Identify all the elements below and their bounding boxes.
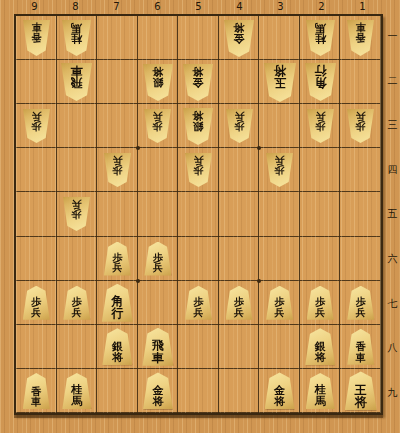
piece-kanji: 角 (314, 77, 326, 89)
square-6-8[interactable]: 飛車 (138, 325, 179, 369)
square-7-5[interactable] (97, 192, 138, 236)
square-9-7[interactable]: 歩兵 (16, 281, 57, 325)
square-7-7[interactable]: 角行 (97, 281, 138, 325)
file-label-7: 7 (96, 0, 137, 13)
square-7-9[interactable] (97, 369, 138, 413)
piece-gote-bishop[interactable]: 角行 (305, 63, 336, 101)
square-1-1[interactable]: 香車 (340, 16, 381, 60)
piece-kanji: 車 (31, 397, 41, 407)
rank-label-3: 三 (385, 103, 400, 148)
piece-kanji: 車 (31, 22, 41, 32)
piece-sente-knight[interactable]: 桂馬 (306, 373, 335, 409)
square-9-6[interactable] (16, 237, 57, 281)
piece-kanji: 桂 (71, 33, 82, 44)
square-8-4[interactable] (57, 148, 98, 192)
piece-sente-pawn[interactable]: 歩兵 (185, 286, 212, 320)
piece-sente-pawn[interactable]: 歩兵 (104, 242, 131, 276)
piece-gote-pawn[interactable]: 歩兵 (347, 109, 374, 143)
piece-kanji: 兵 (315, 308, 325, 318)
hoshi-dot (136, 279, 140, 283)
piece-kanji: 将 (315, 352, 326, 363)
square-1-8[interactable]: 香車 (340, 325, 381, 369)
piece-gote-knight[interactable]: 桂馬 (306, 20, 335, 56)
square-4-3[interactable]: 歩兵 (219, 104, 260, 148)
square-6-5[interactable] (138, 192, 179, 236)
piece-sente-pawn[interactable]: 歩兵 (144, 242, 171, 276)
square-2-1[interactable]: 桂馬 (300, 16, 341, 60)
square-5-6[interactable] (178, 237, 219, 281)
piece-kanji: 車 (356, 22, 366, 32)
piece-gote-silver[interactable]: 銀将 (183, 108, 213, 145)
piece-gote-gold[interactable]: 金将 (183, 64, 213, 101)
piece-kanji: 歩 (72, 210, 82, 220)
file-labels: 987654321 (14, 0, 383, 13)
piece-kanji: 歩 (193, 166, 203, 176)
piece-kanji: 兵 (193, 308, 203, 318)
piece-sente-silver[interactable]: 銀将 (102, 328, 132, 365)
square-8-2[interactable]: 飛車 (57, 60, 98, 104)
piece-kanji: 将 (152, 66, 163, 77)
square-1-7[interactable]: 歩兵 (340, 281, 381, 325)
square-2-7[interactable]: 歩兵 (300, 281, 341, 325)
square-9-8[interactable] (16, 325, 57, 369)
square-9-2[interactable] (16, 60, 57, 104)
piece-kanji: 歩 (315, 297, 325, 307)
square-2-3[interactable]: 歩兵 (300, 104, 341, 148)
square-2-9[interactable]: 桂馬 (300, 369, 341, 413)
file-label-8: 8 (55, 0, 96, 13)
square-4-2[interactable] (219, 60, 260, 104)
piece-sente-pawn[interactable]: 歩兵 (347, 286, 374, 320)
rank-label-8: 八 (385, 326, 400, 371)
piece-gote-pawn[interactable]: 歩兵 (226, 109, 253, 143)
rank-label-4: 四 (385, 148, 400, 193)
file-label-2: 2 (301, 0, 342, 13)
square-4-8[interactable] (219, 325, 260, 369)
piece-kanji: 銀 (193, 121, 204, 132)
piece-gote-lance[interactable]: 香車 (23, 20, 50, 56)
file-label-5: 5 (178, 0, 219, 13)
square-4-9[interactable] (219, 369, 260, 413)
piece-gote-pawn[interactable]: 歩兵 (266, 153, 293, 187)
square-6-1[interactable] (138, 16, 179, 60)
piece-kanji: 将 (152, 396, 163, 407)
piece-kanji: 車 (356, 353, 366, 363)
file-label-9: 9 (14, 0, 55, 13)
square-7-1[interactable] (97, 16, 138, 60)
square-5-5[interactable] (178, 192, 219, 236)
square-3-5[interactable] (259, 192, 300, 236)
piece-kanji: 兵 (315, 111, 325, 121)
rank-label-5: 五 (385, 192, 400, 237)
piece-kanji: 馬 (71, 22, 82, 33)
piece-kanji: 兵 (153, 263, 163, 273)
piece-kanji: 兵 (153, 111, 163, 121)
square-3-9[interactable]: 金将 (259, 369, 300, 413)
square-3-8[interactable] (259, 325, 300, 369)
file-label-6: 6 (137, 0, 178, 13)
square-6-6[interactable]: 歩兵 (138, 237, 179, 281)
piece-kanji: 歩 (275, 297, 285, 307)
rank-labels: 一二三四五六七八九 (385, 14, 400, 415)
square-5-7[interactable]: 歩兵 (178, 281, 219, 325)
file-label-3: 3 (260, 0, 301, 13)
piece-kanji: 歩 (31, 297, 41, 307)
piece-sente-gold[interactable]: 金将 (143, 372, 173, 409)
piece-kanji: 将 (193, 66, 204, 77)
square-9-1[interactable]: 香車 (16, 16, 57, 60)
piece-kanji: 兵 (356, 111, 366, 121)
piece-kanji: 兵 (72, 308, 82, 318)
hoshi-dot (257, 279, 261, 283)
piece-kanji: 飛 (71, 77, 83, 89)
piece-sente-pawn[interactable]: 歩兵 (63, 286, 90, 320)
piece-kanji: 兵 (275, 308, 285, 318)
square-9-5[interactable] (16, 192, 57, 236)
piece-sente-pawn[interactable]: 歩兵 (266, 286, 293, 320)
square-8-1[interactable]: 桂馬 (57, 16, 98, 60)
square-2-5[interactable] (300, 192, 341, 236)
piece-gote-knight[interactable]: 桂馬 (62, 20, 91, 56)
square-8-9[interactable]: 桂馬 (57, 369, 98, 413)
square-1-2[interactable] (340, 60, 381, 104)
square-4-6[interactable] (219, 237, 260, 281)
piece-kanji: 馬 (315, 396, 326, 407)
piece-kanji: 車 (152, 352, 164, 364)
hoshi-dot (136, 146, 140, 150)
piece-kanji: 歩 (275, 166, 285, 176)
square-6-4[interactable] (138, 148, 179, 192)
square-5-1[interactable] (178, 16, 219, 60)
piece-kanji: 将 (274, 396, 285, 407)
square-6-2[interactable]: 銀将 (138, 60, 179, 104)
square-8-7[interactable]: 歩兵 (57, 281, 98, 325)
piece-kanji: 香 (31, 32, 41, 42)
square-1-5[interactable] (340, 192, 381, 236)
piece-sente-gold[interactable]: 金将 (265, 372, 295, 409)
square-1-9[interactable]: 王将 (340, 369, 381, 413)
piece-kanji: 馬 (71, 396, 82, 407)
piece-kanji: 歩 (31, 121, 41, 131)
square-7-6[interactable]: 歩兵 (97, 237, 138, 281)
piece-kanji: 馬 (315, 22, 326, 33)
piece-kanji: 将 (274, 65, 286, 77)
piece-kanji: 行 (111, 307, 123, 319)
piece-sente-knight[interactable]: 桂馬 (62, 373, 91, 409)
piece-kanji: 将 (355, 396, 367, 408)
piece-kanji: 兵 (234, 111, 244, 121)
square-2-4[interactable] (300, 148, 341, 192)
file-label-1: 1 (342, 0, 383, 13)
piece-kanji: 歩 (315, 121, 325, 131)
piece-sente-lance[interactable]: 香車 (23, 373, 50, 409)
piece-gote-rook[interactable]: 飛車 (61, 63, 92, 101)
square-4-1[interactable]: 金将 (219, 16, 260, 60)
piece-kanji: 兵 (193, 155, 203, 165)
piece-kanji: 銀 (152, 77, 163, 88)
piece-kanji: 兵 (72, 199, 82, 209)
piece-gote-gold[interactable]: 金将 (224, 20, 254, 57)
rank-label-6: 六 (385, 237, 400, 282)
square-2-6[interactable] (300, 237, 341, 281)
piece-kanji: 香 (356, 32, 366, 42)
square-8-5[interactable]: 歩兵 (57, 192, 98, 236)
piece-kanji: 将 (193, 110, 204, 121)
piece-gote-pawn[interactable]: 歩兵 (144, 109, 171, 143)
piece-sente-king[interactable]: 王将 (345, 371, 377, 410)
piece-gote-silver[interactable]: 銀将 (143, 64, 173, 101)
piece-gote-pawn[interactable]: 歩兵 (63, 197, 90, 231)
piece-kanji: 兵 (275, 155, 285, 165)
piece-sente-pawn[interactable]: 歩兵 (226, 286, 253, 320)
piece-kanji: 行 (314, 65, 326, 77)
square-2-8[interactable]: 銀将 (300, 325, 341, 369)
square-3-3[interactable] (259, 104, 300, 148)
piece-kanji: 歩 (234, 297, 244, 307)
rank-label-7: 七 (385, 281, 400, 326)
piece-kanji: 金 (234, 33, 245, 44)
square-5-9[interactable] (178, 369, 219, 413)
rank-label-1: 一 (385, 14, 400, 59)
piece-kanji: 歩 (72, 297, 82, 307)
square-4-5[interactable] (219, 192, 260, 236)
square-8-6[interactable] (57, 237, 98, 281)
square-8-3[interactable] (57, 104, 98, 148)
square-8-8[interactable] (57, 325, 98, 369)
piece-gote-pawn[interactable]: 歩兵 (23, 109, 50, 143)
square-9-3[interactable]: 歩兵 (16, 104, 57, 148)
square-1-3[interactable]: 歩兵 (340, 104, 381, 148)
square-5-8[interactable] (178, 325, 219, 369)
piece-kanji: 兵 (31, 111, 41, 121)
square-6-7[interactable] (138, 281, 179, 325)
piece-sente-silver[interactable]: 銀将 (305, 328, 335, 365)
square-7-4[interactable]: 歩兵 (97, 148, 138, 192)
square-4-4[interactable] (219, 148, 260, 192)
piece-kanji: 車 (71, 65, 83, 77)
piece-gote-pawn[interactable]: 歩兵 (104, 153, 131, 187)
piece-sente-pawn[interactable]: 歩兵 (23, 286, 50, 320)
square-7-3[interactable] (97, 104, 138, 148)
square-1-6[interactable] (340, 237, 381, 281)
piece-kanji: 兵 (112, 155, 122, 165)
piece-sente-pawn[interactable]: 歩兵 (307, 286, 334, 320)
piece-kanji: 歩 (153, 121, 163, 131)
piece-kanji: 飛 (152, 339, 164, 351)
square-3-4[interactable]: 歩兵 (259, 148, 300, 192)
square-9-4[interactable] (16, 148, 57, 192)
piece-kanji: 歩 (356, 297, 366, 307)
piece-gote-pawn[interactable]: 歩兵 (307, 109, 334, 143)
square-7-8[interactable]: 銀将 (97, 325, 138, 369)
square-7-2[interactable] (97, 60, 138, 104)
piece-kanji: 玉 (274, 77, 286, 89)
shogi-board-screenshot: 987654321 一二三四五六七八九 香車桂馬金将桂馬香車飛車銀将金将玉将角行… (0, 0, 400, 433)
piece-sente-lance[interactable]: 香車 (347, 329, 374, 365)
piece-kanji: 桂 (315, 33, 326, 44)
square-5-4[interactable]: 歩兵 (178, 148, 219, 192)
hoshi-dot (257, 146, 261, 150)
file-label-4: 4 (219, 0, 260, 13)
piece-kanji: 兵 (234, 308, 244, 318)
rank-label-2: 二 (385, 59, 400, 104)
piece-sente-rook[interactable]: 飛車 (142, 328, 173, 366)
piece-kanji: 兵 (31, 308, 41, 318)
piece-kanji: 歩 (234, 121, 244, 131)
square-2-2[interactable]: 角行 (300, 60, 341, 104)
square-6-9[interactable]: 金将 (138, 369, 179, 413)
piece-kanji: 将 (234, 22, 245, 33)
piece-gote-king[interactable]: 玉将 (264, 63, 296, 102)
piece-kanji: 兵 (112, 263, 122, 273)
square-9-9[interactable]: 香車 (16, 369, 57, 413)
square-3-1[interactable] (259, 16, 300, 60)
piece-kanji: 歩 (356, 121, 366, 131)
piece-gote-pawn[interactable]: 歩兵 (185, 153, 212, 187)
square-5-3[interactable]: 銀将 (178, 104, 219, 148)
square-6-3[interactable]: 歩兵 (138, 104, 179, 148)
piece-kanji: 兵 (356, 308, 366, 318)
piece-kanji: 将 (112, 352, 123, 363)
square-3-2[interactable]: 玉将 (259, 60, 300, 104)
square-4-7[interactable]: 歩兵 (219, 281, 260, 325)
square-1-4[interactable] (340, 148, 381, 192)
piece-kanji: 歩 (112, 166, 122, 176)
shogi-board: 香車桂馬金将桂馬香車飛車銀将金将玉将角行歩兵歩兵銀将歩兵歩兵歩兵歩兵歩兵歩兵歩兵… (14, 14, 383, 415)
square-3-6[interactable] (259, 237, 300, 281)
piece-sente-bishop[interactable]: 角行 (102, 284, 133, 322)
piece-gote-lance[interactable]: 香車 (347, 20, 374, 56)
rank-label-9: 九 (385, 370, 400, 415)
square-3-7[interactable]: 歩兵 (259, 281, 300, 325)
piece-kanji: 歩 (193, 297, 203, 307)
piece-kanji: 金 (193, 77, 204, 88)
square-5-2[interactable]: 金将 (178, 60, 219, 104)
